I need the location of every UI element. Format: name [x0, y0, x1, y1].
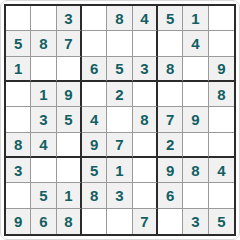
cell-r3c4: 6 [82, 57, 107, 82]
cell-r5c4: 4 [82, 107, 107, 132]
cell-r3c5: 5 [107, 57, 132, 82]
cell-r1c5: 8 [107, 6, 132, 31]
cell-r6c7: 2 [158, 133, 183, 158]
cell-r7c4: 5 [82, 158, 107, 183]
cell-r6c8[interactable] [183, 133, 208, 158]
cell-r4c1[interactable] [6, 82, 31, 107]
cell-r5c9[interactable] [209, 107, 234, 132]
cell-r6c9[interactable] [209, 133, 234, 158]
cell-r3c7: 8 [158, 57, 183, 82]
cell-r4c3: 9 [57, 82, 82, 107]
cell-r6c1: 8 [6, 133, 31, 158]
cell-r3c6: 3 [133, 57, 158, 82]
cell-r4c2: 1 [31, 82, 56, 107]
cell-r7c3[interactable] [57, 158, 82, 183]
cell-r5c1[interactable] [6, 107, 31, 132]
cell-r1c6: 4 [133, 6, 158, 31]
cell-r8c4: 8 [82, 183, 107, 208]
app-window: 3845158741653891928354879849723519845183… [0, 0, 240, 240]
cell-r9c7[interactable] [158, 209, 183, 234]
cell-r2c1: 5 [6, 31, 31, 56]
cell-r3c3[interactable] [57, 57, 82, 82]
cell-r8c5: 3 [107, 183, 132, 208]
cell-r7c7: 9 [158, 158, 183, 183]
cell-r7c8: 8 [183, 158, 208, 183]
cell-r1c7: 5 [158, 6, 183, 31]
cell-r1c3: 3 [57, 6, 82, 31]
cell-r8c1[interactable] [6, 183, 31, 208]
cell-r2c2: 8 [31, 31, 56, 56]
cell-r7c1: 3 [6, 158, 31, 183]
cell-r5c8: 9 [183, 107, 208, 132]
cell-r3c1: 1 [6, 57, 31, 82]
cell-r9c5[interactable] [107, 209, 132, 234]
cell-r5c2: 3 [31, 107, 56, 132]
cell-r9c2: 6 [31, 209, 56, 234]
cell-r8c7: 6 [158, 183, 183, 208]
cell-r5c7: 7 [158, 107, 183, 132]
cell-r6c3[interactable] [57, 133, 82, 158]
cell-r6c5: 7 [107, 133, 132, 158]
cell-r4c5: 2 [107, 82, 132, 107]
cell-r9c1: 9 [6, 209, 31, 234]
cell-r2c8: 4 [183, 31, 208, 56]
cell-r7c5: 1 [107, 158, 132, 183]
cell-r5c6: 8 [133, 107, 158, 132]
cell-r9c9: 5 [209, 209, 234, 234]
cell-r2c9[interactable] [209, 31, 234, 56]
cell-r2c6[interactable] [133, 31, 158, 56]
cell-r7c2[interactable] [31, 158, 56, 183]
cell-r1c1[interactable] [6, 6, 31, 31]
cell-r2c5[interactable] [107, 31, 132, 56]
cell-r5c3: 5 [57, 107, 82, 132]
cell-r9c4[interactable] [82, 209, 107, 234]
cell-r8c8[interactable] [183, 183, 208, 208]
cell-r9c8: 3 [183, 209, 208, 234]
cell-r9c6: 7 [133, 209, 158, 234]
cell-r8c2: 5 [31, 183, 56, 208]
cell-r4c9: 8 [209, 82, 234, 107]
cell-r1c2[interactable] [31, 6, 56, 31]
cell-r2c4[interactable] [82, 31, 107, 56]
cell-r8c6[interactable] [133, 183, 158, 208]
cell-r2c7[interactable] [158, 31, 183, 56]
cell-r2c3: 7 [57, 31, 82, 56]
cell-r8c3: 1 [57, 183, 82, 208]
sudoku-board: 3845158741653891928354879849723519845183… [4, 4, 236, 236]
cell-r6c6[interactable] [133, 133, 158, 158]
cell-r3c2[interactable] [31, 57, 56, 82]
cell-r6c4: 9 [82, 133, 107, 158]
cell-r4c4[interactable] [82, 82, 107, 107]
cell-r1c4[interactable] [82, 6, 107, 31]
cell-r6c2: 4 [31, 133, 56, 158]
cell-r7c6[interactable] [133, 158, 158, 183]
cell-r3c8[interactable] [183, 57, 208, 82]
cell-r9c3: 8 [57, 209, 82, 234]
cell-r1c9[interactable] [209, 6, 234, 31]
cell-r8c9[interactable] [209, 183, 234, 208]
cell-r3c9: 9 [209, 57, 234, 82]
cell-r7c9: 4 [209, 158, 234, 183]
cell-r4c6[interactable] [133, 82, 158, 107]
cell-r4c8[interactable] [183, 82, 208, 107]
cell-r4c7[interactable] [158, 82, 183, 107]
cell-r5c5[interactable] [107, 107, 132, 132]
cell-r1c8: 1 [183, 6, 208, 31]
